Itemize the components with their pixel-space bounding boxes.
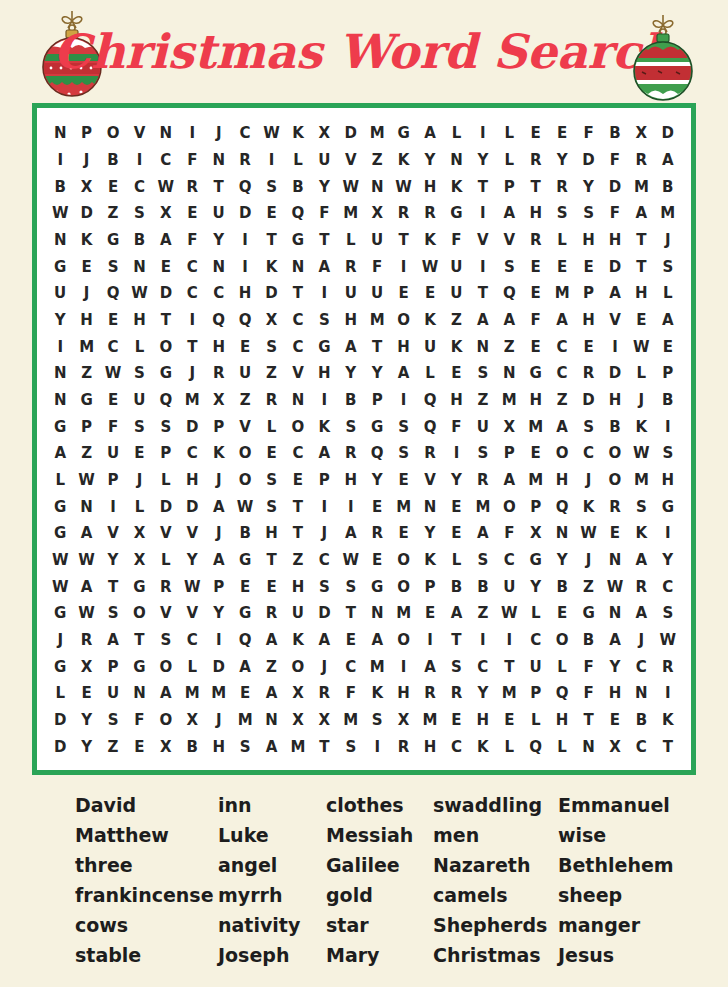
grid-cell[interactable]: T xyxy=(628,227,654,254)
grid-cell[interactable]: I xyxy=(417,627,443,654)
grid-cell[interactable]: H xyxy=(390,680,416,707)
grid-cell[interactable]: D xyxy=(258,280,284,307)
grid-cell[interactable]: X xyxy=(205,387,231,414)
grid-cell[interactable]: C xyxy=(443,733,469,760)
grid-cell[interactable]: R xyxy=(628,147,654,174)
grid-cell[interactable]: M xyxy=(338,200,364,227)
grid-cell[interactable]: X xyxy=(522,520,548,547)
grid-cell[interactable]: D xyxy=(311,600,337,627)
grid-cell[interactable]: N xyxy=(47,227,73,254)
grid-cell[interactable]: P xyxy=(364,387,390,414)
grid-cell[interactable]: H xyxy=(338,307,364,334)
grid-cell[interactable]: Z xyxy=(73,360,99,387)
grid-cell[interactable]: J xyxy=(575,547,601,574)
grid-cell[interactable]: I xyxy=(205,627,231,654)
grid-cell[interactable]: C xyxy=(126,173,152,200)
grid-cell[interactable]: J xyxy=(73,280,99,307)
grid-cell[interactable]: S xyxy=(258,173,284,200)
grid-cell[interactable]: T xyxy=(153,307,179,334)
grid-cell[interactable]: S xyxy=(628,493,654,520)
grid-cell[interactable]: W xyxy=(73,547,99,574)
grid-cell[interactable]: A xyxy=(628,600,654,627)
grid-cell[interactable]: T xyxy=(364,333,390,360)
grid-cell[interactable]: A xyxy=(311,253,337,280)
grid-cell[interactable]: N xyxy=(126,253,152,280)
grid-cell[interactable]: Q xyxy=(232,173,258,200)
grid-cell[interactable]: I xyxy=(179,120,205,147)
grid-cell[interactable]: R xyxy=(364,520,390,547)
grid-cell[interactable]: S xyxy=(655,253,681,280)
grid-cell[interactable]: S xyxy=(311,573,337,600)
grid-cell[interactable]: U xyxy=(522,653,548,680)
grid-cell[interactable]: T xyxy=(179,333,205,360)
grid-cell[interactable]: A xyxy=(496,200,522,227)
grid-cell[interactable]: Z xyxy=(258,360,284,387)
grid-cell[interactable]: A xyxy=(232,653,258,680)
grid-cell[interactable]: L xyxy=(126,333,152,360)
grid-cell[interactable]: G xyxy=(311,333,337,360)
grid-cell[interactable]: Y xyxy=(470,680,496,707)
grid-cell[interactable]: B xyxy=(575,627,601,654)
grid-cell[interactable]: V xyxy=(285,360,311,387)
grid-cell[interactable]: P xyxy=(205,573,231,600)
grid-cell[interactable]: O xyxy=(285,653,311,680)
grid-cell[interactable]: L xyxy=(522,707,548,734)
grid-cell[interactable]: S xyxy=(390,413,416,440)
grid-cell[interactable]: U xyxy=(364,280,390,307)
grid-cell[interactable]: J xyxy=(628,387,654,414)
grid-cell[interactable]: R xyxy=(575,360,601,387)
grid-cell[interactable]: R xyxy=(390,200,416,227)
grid-cell[interactable]: M xyxy=(232,707,258,734)
grid-cell[interactable]: K xyxy=(628,520,654,547)
grid-cell[interactable]: C xyxy=(628,653,654,680)
grid-cell[interactable]: Z xyxy=(73,440,99,467)
grid-cell[interactable]: G xyxy=(575,600,601,627)
grid-cell[interactable]: M xyxy=(522,467,548,494)
grid-cell[interactable]: G xyxy=(47,413,73,440)
grid-cell[interactable]: W xyxy=(126,280,152,307)
grid-cell[interactable]: T xyxy=(470,280,496,307)
grid-cell[interactable]: P xyxy=(655,360,681,387)
grid-cell[interactable]: S xyxy=(258,467,284,494)
grid-cell[interactable]: G xyxy=(232,600,258,627)
grid-cell[interactable]: T xyxy=(285,493,311,520)
grid-cell[interactable]: H xyxy=(522,387,548,414)
grid-cell[interactable]: I xyxy=(390,253,416,280)
grid-cell[interactable]: Y xyxy=(417,147,443,174)
grid-cell[interactable]: E xyxy=(126,733,152,760)
grid-cell[interactable]: E xyxy=(232,333,258,360)
grid-cell[interactable]: A xyxy=(73,520,99,547)
grid-cell[interactable]: I xyxy=(602,333,628,360)
grid-cell[interactable]: F xyxy=(602,200,628,227)
grid-cell[interactable]: A xyxy=(100,627,126,654)
grid-cell[interactable]: K xyxy=(311,413,337,440)
grid-cell[interactable]: L xyxy=(126,493,152,520)
grid-cell[interactable]: L xyxy=(179,653,205,680)
grid-cell[interactable]: H xyxy=(417,173,443,200)
grid-cell[interactable]: W xyxy=(655,627,681,654)
grid-cell[interactable]: S xyxy=(364,707,390,734)
grid-cell[interactable]: X xyxy=(628,120,654,147)
grid-cell[interactable]: G xyxy=(100,227,126,254)
grid-cell[interactable]: E xyxy=(602,707,628,734)
grid-cell[interactable]: N xyxy=(628,680,654,707)
grid-cell[interactable]: I xyxy=(232,227,258,254)
grid-cell[interactable]: B xyxy=(338,387,364,414)
grid-cell[interactable]: W xyxy=(338,173,364,200)
grid-cell[interactable]: F xyxy=(443,413,469,440)
grid-cell[interactable]: R xyxy=(470,467,496,494)
grid-cell[interactable]: Z xyxy=(285,547,311,574)
grid-cell[interactable]: N xyxy=(285,253,311,280)
grid-cell[interactable]: S xyxy=(126,413,152,440)
grid-cell[interactable]: B xyxy=(232,520,258,547)
grid-cell[interactable]: P xyxy=(73,120,99,147)
grid-cell[interactable]: B xyxy=(655,387,681,414)
grid-cell[interactable]: W xyxy=(628,333,654,360)
grid-cell[interactable]: P xyxy=(496,440,522,467)
grid-cell[interactable]: G xyxy=(47,653,73,680)
grid-cell[interactable]: E xyxy=(522,253,548,280)
grid-cell[interactable]: H xyxy=(443,387,469,414)
grid-cell[interactable]: V xyxy=(126,120,152,147)
grid-cell[interactable]: W xyxy=(47,547,73,574)
grid-cell[interactable]: F xyxy=(126,707,152,734)
grid-cell[interactable]: D xyxy=(47,733,73,760)
grid-cell[interactable]: C xyxy=(628,733,654,760)
grid-cell[interactable]: Z xyxy=(100,733,126,760)
grid-cell[interactable]: Q xyxy=(417,387,443,414)
grid-cell[interactable]: I xyxy=(47,147,73,174)
grid-cell[interactable]: H xyxy=(602,387,628,414)
grid-cell[interactable]: F xyxy=(311,200,337,227)
grid-cell[interactable]: A xyxy=(602,280,628,307)
grid-cell[interactable]: O xyxy=(602,467,628,494)
grid-cell[interactable]: K xyxy=(258,253,284,280)
grid-cell[interactable]: E xyxy=(153,253,179,280)
grid-cell[interactable]: Y xyxy=(417,520,443,547)
grid-cell[interactable]: B xyxy=(628,707,654,734)
grid-cell[interactable]: M xyxy=(205,680,231,707)
grid-cell[interactable]: X xyxy=(179,707,205,734)
grid-cell[interactable]: L xyxy=(417,360,443,387)
grid-cell[interactable]: M xyxy=(417,707,443,734)
grid-cell[interactable]: I xyxy=(470,120,496,147)
grid-cell[interactable]: Q xyxy=(100,280,126,307)
grid-cell[interactable]: R xyxy=(522,147,548,174)
grid-cell[interactable]: S xyxy=(443,653,469,680)
grid-cell[interactable]: X xyxy=(126,520,152,547)
grid-cell[interactable]: C xyxy=(522,627,548,654)
grid-cell[interactable]: R xyxy=(73,627,99,654)
grid-cell[interactable]: X xyxy=(153,733,179,760)
grid-cell[interactable]: W xyxy=(179,573,205,600)
grid-cell[interactable]: H xyxy=(655,467,681,494)
grid-cell[interactable]: N xyxy=(496,360,522,387)
grid-cell[interactable]: L xyxy=(153,547,179,574)
grid-cell[interactable]: S xyxy=(126,360,152,387)
grid-cell[interactable]: F xyxy=(443,227,469,254)
grid-cell[interactable]: H xyxy=(258,520,284,547)
grid-cell[interactable]: S xyxy=(655,440,681,467)
grid-cell[interactable]: D xyxy=(575,147,601,174)
grid-cell[interactable]: M xyxy=(470,493,496,520)
grid-cell[interactable]: M xyxy=(179,387,205,414)
grid-cell[interactable]: I xyxy=(496,627,522,654)
grid-cell[interactable]: A xyxy=(390,360,416,387)
grid-cell[interactable]: Y xyxy=(179,547,205,574)
grid-cell[interactable]: Y xyxy=(655,547,681,574)
grid-cell[interactable]: R xyxy=(549,173,575,200)
grid-cell[interactable]: X xyxy=(285,707,311,734)
grid-cell[interactable]: O xyxy=(153,653,179,680)
grid-cell[interactable]: I xyxy=(655,680,681,707)
grid-cell[interactable]: M xyxy=(390,600,416,627)
grid-cell[interactable]: L xyxy=(285,147,311,174)
grid-cell[interactable]: C xyxy=(549,333,575,360)
grid-cell[interactable]: X xyxy=(311,707,337,734)
grid-cell[interactable]: L xyxy=(153,467,179,494)
grid-cell[interactable]: C xyxy=(179,280,205,307)
grid-cell[interactable]: E xyxy=(364,493,390,520)
grid-cell[interactable]: E xyxy=(417,600,443,627)
grid-cell[interactable]: N xyxy=(575,733,601,760)
grid-cell[interactable]: I xyxy=(100,493,126,520)
grid-cell[interactable]: H xyxy=(232,280,258,307)
grid-cell[interactable]: Z xyxy=(100,200,126,227)
grid-cell[interactable]: L xyxy=(258,413,284,440)
grid-cell[interactable]: W xyxy=(153,173,179,200)
grid-cell[interactable]: Y xyxy=(443,467,469,494)
grid-cell[interactable]: D xyxy=(602,253,628,280)
grid-cell[interactable]: W xyxy=(73,467,99,494)
grid-cell[interactable]: E xyxy=(522,280,548,307)
grid-cell[interactable]: A xyxy=(549,307,575,334)
grid-cell[interactable]: H xyxy=(205,733,231,760)
grid-cell[interactable]: A xyxy=(153,680,179,707)
grid-cell[interactable]: P xyxy=(311,467,337,494)
grid-cell[interactable]: W xyxy=(338,547,364,574)
grid-cell[interactable]: A xyxy=(549,413,575,440)
grid-cell[interactable]: Q xyxy=(496,280,522,307)
grid-cell[interactable]: E xyxy=(232,573,258,600)
grid-cell[interactable]: S xyxy=(153,627,179,654)
grid-cell[interactable]: M xyxy=(390,493,416,520)
grid-cell[interactable]: R xyxy=(153,573,179,600)
grid-cell[interactable]: U xyxy=(364,227,390,254)
grid-cell[interactable]: E xyxy=(443,520,469,547)
grid-cell[interactable]: Z xyxy=(443,307,469,334)
grid-cell[interactable]: E xyxy=(522,333,548,360)
grid-cell[interactable]: V xyxy=(153,520,179,547)
grid-cell[interactable]: N xyxy=(205,253,231,280)
grid-cell[interactable]: K xyxy=(73,227,99,254)
grid-cell[interactable]: F xyxy=(575,120,601,147)
grid-cell[interactable]: H xyxy=(73,307,99,334)
grid-cell[interactable]: U xyxy=(443,280,469,307)
grid-cell[interactable]: S xyxy=(470,440,496,467)
grid-cell[interactable]: K xyxy=(655,707,681,734)
grid-cell[interactable]: H xyxy=(470,707,496,734)
grid-cell[interactable]: T xyxy=(470,173,496,200)
grid-cell[interactable]: B xyxy=(126,227,152,254)
grid-cell[interactable]: H xyxy=(179,467,205,494)
grid-cell[interactable]: E xyxy=(549,120,575,147)
grid-cell[interactable]: J xyxy=(205,520,231,547)
grid-cell[interactable]: K xyxy=(628,413,654,440)
grid-cell[interactable]: O xyxy=(602,440,628,467)
grid-cell[interactable]: S xyxy=(311,307,337,334)
grid-cell[interactable]: E xyxy=(390,520,416,547)
grid-cell[interactable]: O xyxy=(285,413,311,440)
grid-cell[interactable]: H xyxy=(338,467,364,494)
grid-cell[interactable]: L xyxy=(496,147,522,174)
grid-cell[interactable]: A xyxy=(496,307,522,334)
grid-cell[interactable]: J xyxy=(311,520,337,547)
grid-cell[interactable]: V xyxy=(338,147,364,174)
grid-cell[interactable]: Q xyxy=(417,413,443,440)
grid-cell[interactable]: E xyxy=(628,307,654,334)
grid-cell[interactable]: C xyxy=(338,653,364,680)
grid-cell[interactable]: E xyxy=(443,493,469,520)
grid-cell[interactable]: H xyxy=(549,467,575,494)
grid-cell[interactable]: I xyxy=(470,200,496,227)
grid-cell[interactable]: M xyxy=(628,467,654,494)
grid-cell[interactable]: P xyxy=(100,467,126,494)
grid-cell[interactable]: I xyxy=(311,280,337,307)
grid-cell[interactable]: E xyxy=(390,467,416,494)
grid-cell[interactable]: E xyxy=(179,200,205,227)
grid-cell[interactable]: N xyxy=(364,600,390,627)
grid-cell[interactable]: P xyxy=(417,573,443,600)
grid-cell[interactable]: R xyxy=(232,147,258,174)
grid-cell[interactable]: L xyxy=(443,547,469,574)
grid-cell[interactable]: E xyxy=(285,467,311,494)
grid-cell[interactable]: H xyxy=(602,227,628,254)
grid-cell[interactable]: U xyxy=(311,147,337,174)
grid-cell[interactable]: S xyxy=(100,600,126,627)
grid-cell[interactable]: A xyxy=(470,307,496,334)
grid-cell[interactable]: D xyxy=(602,360,628,387)
grid-cell[interactable]: S xyxy=(655,600,681,627)
grid-cell[interactable]: O xyxy=(390,307,416,334)
grid-cell[interactable]: R xyxy=(258,600,284,627)
grid-cell[interactable]: K xyxy=(417,547,443,574)
grid-cell[interactable]: J xyxy=(73,147,99,174)
grid-cell[interactable]: R xyxy=(417,200,443,227)
grid-cell[interactable]: S xyxy=(575,200,601,227)
grid-cell[interactable]: S xyxy=(338,413,364,440)
grid-cell[interactable]: Q xyxy=(285,200,311,227)
grid-cell[interactable]: I xyxy=(258,147,284,174)
grid-cell[interactable]: Y xyxy=(549,147,575,174)
grid-cell[interactable]: B xyxy=(179,733,205,760)
grid-cell[interactable]: I xyxy=(655,520,681,547)
grid-cell[interactable]: M xyxy=(496,387,522,414)
grid-cell[interactable]: R xyxy=(311,680,337,707)
grid-cell[interactable]: E xyxy=(232,680,258,707)
grid-cell[interactable]: C xyxy=(311,547,337,574)
grid-cell[interactable]: L xyxy=(655,280,681,307)
grid-cell[interactable]: Y xyxy=(47,307,73,334)
grid-cell[interactable]: V xyxy=(602,307,628,334)
grid-cell[interactable]: C xyxy=(470,653,496,680)
grid-cell[interactable]: R xyxy=(338,253,364,280)
grid-cell[interactable]: F xyxy=(364,253,390,280)
grid-cell[interactable]: I xyxy=(126,147,152,174)
grid-cell[interactable]: Y xyxy=(549,547,575,574)
grid-cell[interactable]: N xyxy=(126,680,152,707)
grid-cell[interactable]: O xyxy=(232,440,258,467)
grid-cell[interactable]: H xyxy=(522,200,548,227)
grid-cell[interactable]: X xyxy=(126,547,152,574)
grid-cell[interactable]: H xyxy=(390,333,416,360)
grid-cell[interactable]: C xyxy=(179,440,205,467)
grid-cell[interactable]: U xyxy=(126,387,152,414)
grid-cell[interactable]: Z xyxy=(364,147,390,174)
grid-cell[interactable]: S xyxy=(258,333,284,360)
grid-cell[interactable]: W xyxy=(390,173,416,200)
grid-cell[interactable]: W xyxy=(417,253,443,280)
grid-cell[interactable]: C xyxy=(655,573,681,600)
grid-cell[interactable]: T xyxy=(311,733,337,760)
grid-cell[interactable]: Q xyxy=(549,680,575,707)
grid-cell[interactable]: G xyxy=(47,253,73,280)
grid-cell[interactable]: L xyxy=(549,733,575,760)
grid-cell[interactable]: M xyxy=(655,200,681,227)
grid-cell[interactable]: B xyxy=(549,573,575,600)
grid-cell[interactable]: G xyxy=(364,413,390,440)
grid-cell[interactable]: A xyxy=(73,573,99,600)
grid-cell[interactable]: A xyxy=(655,147,681,174)
grid-cell[interactable]: M xyxy=(628,173,654,200)
grid-cell[interactable]: L xyxy=(496,120,522,147)
grid-cell[interactable]: Z xyxy=(232,387,258,414)
grid-cell[interactable]: E xyxy=(417,280,443,307)
grid-cell[interactable]: F xyxy=(602,147,628,174)
grid-cell[interactable]: L xyxy=(338,227,364,254)
grid-cell[interactable]: P xyxy=(73,413,99,440)
grid-cell[interactable]: V xyxy=(100,520,126,547)
grid-cell[interactable]: C xyxy=(285,307,311,334)
grid-cell[interactable]: J xyxy=(655,227,681,254)
grid-cell[interactable]: N xyxy=(258,707,284,734)
grid-cell[interactable]: F xyxy=(575,653,601,680)
grid-cell[interactable]: E xyxy=(258,440,284,467)
grid-cell[interactable]: Y xyxy=(364,360,390,387)
grid-cell[interactable]: A xyxy=(258,733,284,760)
grid-cell[interactable]: B xyxy=(443,573,469,600)
grid-cell[interactable]: O xyxy=(100,120,126,147)
grid-cell[interactable]: K xyxy=(575,493,601,520)
grid-cell[interactable]: G xyxy=(522,547,548,574)
grid-cell[interactable]: E xyxy=(443,707,469,734)
grid-cell[interactable]: I xyxy=(364,733,390,760)
grid-cell[interactable]: G xyxy=(655,493,681,520)
grid-cell[interactable]: W xyxy=(628,440,654,467)
grid-cell[interactable]: N xyxy=(205,147,231,174)
grid-cell[interactable]: M xyxy=(179,680,205,707)
grid-cell[interactable]: I xyxy=(232,253,258,280)
grid-cell[interactable]: B xyxy=(100,147,126,174)
grid-cell[interactable]: C xyxy=(575,440,601,467)
grid-cell[interactable]: N xyxy=(364,173,390,200)
grid-cell[interactable]: T xyxy=(496,653,522,680)
grid-cell[interactable]: G xyxy=(47,600,73,627)
grid-cell[interactable]: U xyxy=(338,280,364,307)
